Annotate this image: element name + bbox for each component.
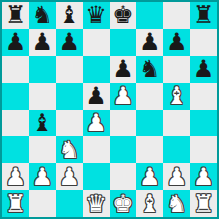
piece-black-pawn: ♟ xyxy=(5,30,27,54)
square-g4[interactable] xyxy=(163,110,190,137)
square-d4[interactable]: ♟ xyxy=(83,110,110,137)
piece-black-pawn: ♟ xyxy=(58,30,80,54)
piece-white-knight: ♞ xyxy=(166,192,188,216)
piece-white-bishop: ♝ xyxy=(166,84,188,108)
piece-white-pawn: ♟ xyxy=(5,165,27,189)
square-h8[interactable]: ♜ xyxy=(190,2,217,29)
square-f4[interactable] xyxy=(136,110,163,137)
square-f6[interactable]: ♞ xyxy=(136,56,163,83)
square-b4[interactable]: ♝ xyxy=(29,110,56,137)
square-b7[interactable]: ♟ xyxy=(29,29,56,56)
piece-black-knight: ♞ xyxy=(139,57,161,81)
square-b3[interactable] xyxy=(29,136,56,163)
square-f2[interactable]: ♟ xyxy=(136,163,163,190)
piece-white-queen: ♛ xyxy=(85,192,107,216)
square-b2[interactable]: ♟ xyxy=(29,163,56,190)
square-e8[interactable]: ♚ xyxy=(110,2,137,29)
square-h4[interactable] xyxy=(190,110,217,137)
square-c8[interactable]: ♝ xyxy=(56,2,83,29)
square-e6[interactable]: ♟ xyxy=(110,56,137,83)
square-a5[interactable] xyxy=(2,83,29,110)
square-c3[interactable]: ♞ xyxy=(56,136,83,163)
square-a7[interactable]: ♟ xyxy=(2,29,29,56)
square-c7[interactable]: ♟ xyxy=(56,29,83,56)
square-a6[interactable] xyxy=(2,56,29,83)
piece-black-pawn: ♟ xyxy=(139,30,161,54)
square-d8[interactable]: ♛ xyxy=(83,2,110,29)
square-a4[interactable] xyxy=(2,110,29,137)
piece-white-rook: ♜ xyxy=(193,192,215,216)
square-e3[interactable] xyxy=(110,136,137,163)
square-h6[interactable]: ♟ xyxy=(190,56,217,83)
square-d1[interactable]: ♛ xyxy=(83,190,110,217)
square-e7[interactable] xyxy=(110,29,137,56)
piece-white-pawn: ♟ xyxy=(112,84,134,108)
square-d5[interactable]: ♟ xyxy=(83,83,110,110)
square-g8[interactable] xyxy=(163,2,190,29)
square-f1[interactable]: ♝ xyxy=(136,190,163,217)
square-h2[interactable]: ♟ xyxy=(190,163,217,190)
piece-black-pawn: ♟ xyxy=(85,84,107,108)
piece-black-bishop: ♝ xyxy=(58,3,80,27)
square-g6[interactable] xyxy=(163,56,190,83)
square-h5[interactable] xyxy=(190,83,217,110)
piece-black-queen: ♛ xyxy=(85,3,107,27)
square-b6[interactable] xyxy=(29,56,56,83)
piece-white-pawn: ♟ xyxy=(166,165,188,189)
square-e4[interactable] xyxy=(110,110,137,137)
piece-black-rook: ♜ xyxy=(5,3,27,27)
square-c2[interactable]: ♟ xyxy=(56,163,83,190)
square-d6[interactable] xyxy=(83,56,110,83)
square-c5[interactable] xyxy=(56,83,83,110)
piece-white-knight: ♞ xyxy=(58,138,80,162)
piece-black-rook: ♜ xyxy=(193,3,215,27)
square-b5[interactable] xyxy=(29,83,56,110)
square-g7[interactable]: ♟ xyxy=(163,29,190,56)
piece-white-pawn: ♟ xyxy=(139,165,161,189)
square-h3[interactable] xyxy=(190,136,217,163)
piece-black-pawn: ♟ xyxy=(166,30,188,54)
square-g1[interactable]: ♞ xyxy=(163,190,190,217)
square-f5[interactable] xyxy=(136,83,163,110)
square-e1[interactable]: ♚ xyxy=(110,190,137,217)
piece-white-pawn: ♟ xyxy=(85,111,107,135)
square-c6[interactable] xyxy=(56,56,83,83)
square-a1[interactable]: ♜ xyxy=(2,190,29,217)
piece-white-bishop: ♝ xyxy=(139,192,161,216)
square-h1[interactable]: ♜ xyxy=(190,190,217,217)
piece-white-rook: ♜ xyxy=(5,192,27,216)
square-d3[interactable] xyxy=(83,136,110,163)
square-b8[interactable]: ♞ xyxy=(29,2,56,29)
square-a2[interactable]: ♟ xyxy=(2,163,29,190)
square-b1[interactable] xyxy=(29,190,56,217)
square-d2[interactable] xyxy=(83,163,110,190)
piece-white-pawn: ♟ xyxy=(58,165,80,189)
piece-black-king: ♚ xyxy=(112,3,134,27)
piece-white-pawn: ♟ xyxy=(193,165,215,189)
square-g5[interactable]: ♝ xyxy=(163,83,190,110)
square-c1[interactable] xyxy=(56,190,83,217)
square-f3[interactable] xyxy=(136,136,163,163)
piece-black-pawn: ♟ xyxy=(193,57,215,81)
square-f8[interactable] xyxy=(136,2,163,29)
square-g3[interactable] xyxy=(163,136,190,163)
piece-black-knight: ♞ xyxy=(32,3,54,27)
square-h7[interactable] xyxy=(190,29,217,56)
square-c4[interactable] xyxy=(56,110,83,137)
square-d7[interactable] xyxy=(83,29,110,56)
piece-black-bishop: ♝ xyxy=(32,111,54,135)
square-a3[interactable] xyxy=(2,136,29,163)
chess-board-frame: ♜♞♝♛♚♜♟♟♟♟♟♟♞♟♟♟♝♝♟♞♟♟♟♟♟♟♜♛♚♝♞♜ xyxy=(0,0,219,219)
piece-black-pawn: ♟ xyxy=(32,30,54,54)
piece-white-pawn: ♟ xyxy=(32,165,54,189)
chess-board: ♜♞♝♛♚♜♟♟♟♟♟♟♞♟♟♟♝♝♟♞♟♟♟♟♟♟♜♛♚♝♞♜ xyxy=(2,2,217,217)
square-e5[interactable]: ♟ xyxy=(110,83,137,110)
piece-black-pawn: ♟ xyxy=(112,57,134,81)
square-g2[interactable]: ♟ xyxy=(163,163,190,190)
piece-white-king: ♚ xyxy=(112,192,134,216)
square-f7[interactable]: ♟ xyxy=(136,29,163,56)
square-a8[interactable]: ♜ xyxy=(2,2,29,29)
square-e2[interactable] xyxy=(110,163,137,190)
